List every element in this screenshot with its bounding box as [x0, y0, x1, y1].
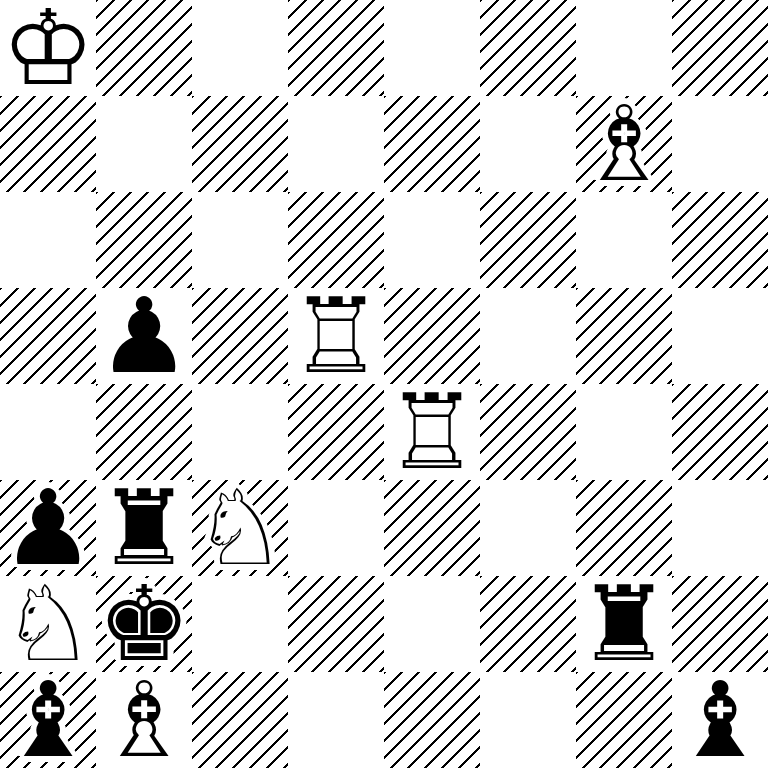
black-pawn-glyph: ♟ [0, 480, 96, 576]
square-e3[interactable] [384, 480, 480, 576]
square-a7[interactable] [0, 96, 96, 192]
white-rook-glyph: ♖ [384, 384, 480, 480]
square-h1[interactable]: ♝♝ [672, 672, 768, 768]
black-rook-silhouette: ♜ [576, 576, 672, 672]
square-g6[interactable] [576, 192, 672, 288]
square-e8[interactable] [384, 0, 480, 96]
black-bishop-glyph: ♝ [672, 672, 768, 768]
square-e1[interactable] [384, 672, 480, 768]
square-g5[interactable] [576, 288, 672, 384]
white-king-glyph: ♔ [0, 0, 96, 96]
square-f5[interactable] [480, 288, 576, 384]
black-rook-glyph: ♜ [96, 480, 192, 576]
square-h6[interactable] [672, 192, 768, 288]
white-king[interactable]: ♚♔ [0, 0, 96, 96]
square-c8[interactable] [192, 0, 288, 96]
square-c1[interactable] [192, 672, 288, 768]
square-b8[interactable] [96, 0, 192, 96]
black-rook-silhouette: ♜ [96, 480, 192, 576]
black-bishop-glyph: ♝ [0, 672, 96, 768]
square-b7[interactable] [96, 96, 192, 192]
black-bishop[interactable]: ♝♝ [672, 672, 768, 768]
square-c3[interactable]: ♞♘ [192, 480, 288, 576]
square-h5[interactable] [672, 288, 768, 384]
square-a3[interactable]: ♟♟ [0, 480, 96, 576]
white-bishop[interactable]: ♝♗ [96, 672, 192, 768]
white-knight[interactable]: ♞♘ [192, 480, 288, 576]
square-h8[interactable] [672, 0, 768, 96]
black-rook-glyph: ♜ [576, 576, 672, 672]
black-rook[interactable]: ♜♜ [576, 576, 672, 672]
square-a5[interactable] [0, 288, 96, 384]
black-pawn-silhouette: ♟ [0, 480, 96, 576]
black-bishop[interactable]: ♝♝ [0, 672, 96, 768]
white-knight[interactable]: ♞♘ [0, 576, 96, 672]
square-a1[interactable]: ♝♝ [0, 672, 96, 768]
square-d4[interactable] [288, 384, 384, 480]
white-rook-silhouette: ♜ [384, 384, 480, 480]
square-e5[interactable] [384, 288, 480, 384]
square-e2[interactable] [384, 576, 480, 672]
white-king-silhouette: ♚ [0, 0, 96, 96]
white-knight-silhouette: ♞ [192, 480, 288, 576]
square-h3[interactable] [672, 480, 768, 576]
white-bishop-glyph: ♗ [576, 96, 672, 192]
black-king[interactable]: ♚♚ [96, 576, 192, 672]
square-c2[interactable] [192, 576, 288, 672]
square-c6[interactable] [192, 192, 288, 288]
black-pawn-glyph: ♟ [96, 288, 192, 384]
square-g2[interactable]: ♜♜ [576, 576, 672, 672]
square-f7[interactable] [480, 96, 576, 192]
square-f6[interactable] [480, 192, 576, 288]
white-bishop-silhouette: ♝ [576, 96, 672, 192]
square-g7[interactable]: ♝♗ [576, 96, 672, 192]
square-c5[interactable] [192, 288, 288, 384]
square-f8[interactable] [480, 0, 576, 96]
black-bishop-silhouette: ♝ [672, 672, 768, 768]
square-d2[interactable] [288, 576, 384, 672]
square-d5[interactable]: ♜♖ [288, 288, 384, 384]
white-bishop-glyph: ♗ [96, 672, 192, 768]
white-knight-glyph: ♘ [0, 576, 96, 672]
square-b5[interactable]: ♟♟ [96, 288, 192, 384]
square-h2[interactable] [672, 576, 768, 672]
black-pawn[interactable]: ♟♟ [0, 480, 96, 576]
white-rook[interactable]: ♜♖ [384, 384, 480, 480]
square-b4[interactable] [96, 384, 192, 480]
white-rook-silhouette: ♜ [288, 288, 384, 384]
white-knight-glyph: ♘ [192, 480, 288, 576]
white-rook[interactable]: ♜♖ [288, 288, 384, 384]
black-king-silhouette: ♚ [96, 576, 192, 672]
black-rook[interactable]: ♜♜ [96, 480, 192, 576]
square-d1[interactable] [288, 672, 384, 768]
square-a8[interactable]: ♚♔ [0, 0, 96, 96]
square-e7[interactable] [384, 96, 480, 192]
square-a2[interactable]: ♞♘ [0, 576, 96, 672]
square-d8[interactable] [288, 0, 384, 96]
white-knight-silhouette: ♞ [0, 576, 96, 672]
square-f4[interactable] [480, 384, 576, 480]
square-b1[interactable]: ♝♗ [96, 672, 192, 768]
square-b2[interactable]: ♚♚ [96, 576, 192, 672]
square-d3[interactable] [288, 480, 384, 576]
square-f1[interactable] [480, 672, 576, 768]
square-a4[interactable] [0, 384, 96, 480]
square-c4[interactable] [192, 384, 288, 480]
square-h7[interactable] [672, 96, 768, 192]
square-f2[interactable] [480, 576, 576, 672]
square-d6[interactable] [288, 192, 384, 288]
black-pawn-silhouette: ♟ [96, 288, 192, 384]
black-bishop-silhouette: ♝ [0, 672, 96, 768]
white-bishop-silhouette: ♝ [96, 672, 192, 768]
square-e4[interactable]: ♜♖ [384, 384, 480, 480]
square-h4[interactable] [672, 384, 768, 480]
square-d7[interactable] [288, 96, 384, 192]
black-king-glyph: ♚ [96, 576, 192, 672]
black-pawn[interactable]: ♟♟ [96, 288, 192, 384]
chess-board: ♚♔♝♗♟♟♜♖♜♖♟♟♜♜♞♘♞♘♚♚♜♜♝♝♝♗♝♝ [0, 0, 768, 768]
square-b6[interactable] [96, 192, 192, 288]
square-c7[interactable] [192, 96, 288, 192]
square-f3[interactable] [480, 480, 576, 576]
square-a6[interactable] [0, 192, 96, 288]
square-g3[interactable] [576, 480, 672, 576]
square-g1[interactable] [576, 672, 672, 768]
white-bishop[interactable]: ♝♗ [576, 96, 672, 192]
square-g8[interactable] [576, 0, 672, 96]
white-rook-glyph: ♖ [288, 288, 384, 384]
square-g4[interactable] [576, 384, 672, 480]
square-e6[interactable] [384, 192, 480, 288]
square-b3[interactable]: ♜♜ [96, 480, 192, 576]
